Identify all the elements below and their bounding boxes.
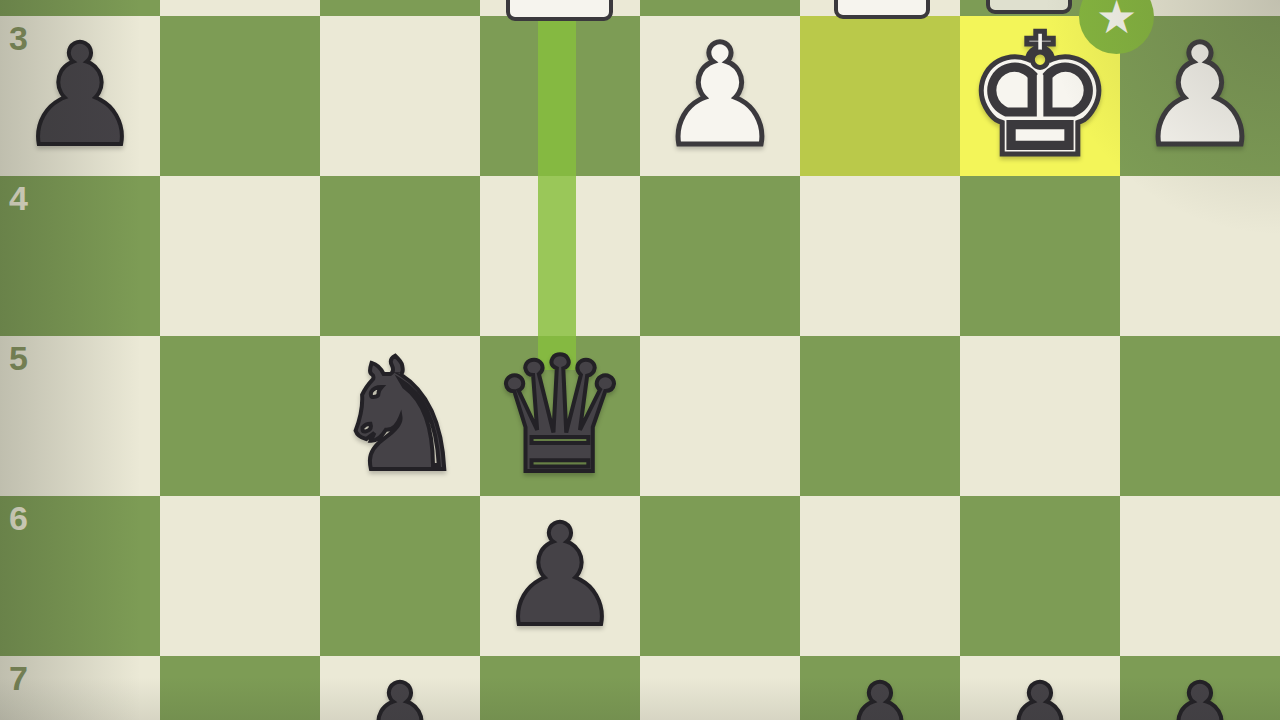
square-f4[interactable] <box>320 176 480 336</box>
square-d4[interactable] <box>640 176 800 336</box>
square-c3[interactable] <box>800 16 960 176</box>
square-d5[interactable] <box>640 336 800 496</box>
black-queen-e5[interactable]: ♛ <box>480 336 640 496</box>
square-g5[interactable] <box>160 336 320 496</box>
black-knight-glyph: ♞ <box>331 336 470 496</box>
square-e4[interactable] <box>480 176 640 336</box>
square-g6[interactable] <box>160 496 320 656</box>
black-knight-f5[interactable]: ♞ <box>320 336 480 496</box>
white-pawn-glyph: ♟ <box>1137 16 1263 176</box>
square-g3[interactable] <box>160 16 320 176</box>
white-pawn-d3[interactable]: ♟ <box>640 16 800 176</box>
square-h4[interactable]: 4 <box>0 176 160 336</box>
square-a4[interactable] <box>1120 176 1280 336</box>
square-h5[interactable]: 5 <box>0 336 160 496</box>
chess-board-viewport: 34567 ♟♟♚♟♞♛♟♟♟♟♟ ★ <box>0 0 1280 720</box>
black-pawn-e6[interactable]: ♟ <box>480 496 640 656</box>
square-c2[interactable] <box>800 0 960 16</box>
square-a6[interactable] <box>1120 496 1280 656</box>
black-pawn-a7[interactable]: ♟ <box>1120 656 1280 720</box>
square-a5[interactable] <box>1120 336 1280 496</box>
black-pawn-glyph: ♟ <box>817 656 943 720</box>
square-d2[interactable] <box>640 0 800 16</box>
rank-label-4: 4 <box>9 181 28 215</box>
square-e3[interactable] <box>480 16 640 176</box>
black-pawn-glyph: ♟ <box>497 496 623 656</box>
black-queen-glyph: ♛ <box>488 336 631 496</box>
black-pawn-h3[interactable]: ♟ <box>0 16 160 176</box>
black-pawn-b7[interactable]: ♟ <box>960 656 1120 720</box>
square-b6[interactable] <box>960 496 1120 656</box>
square-h2[interactable] <box>0 0 160 16</box>
square-f3[interactable] <box>320 16 480 176</box>
black-pawn-glyph: ♟ <box>337 656 463 720</box>
black-pawn-c7[interactable]: ♟ <box>800 656 960 720</box>
square-g7[interactable] <box>160 656 320 720</box>
square-f2[interactable] <box>320 0 480 16</box>
square-c4[interactable] <box>800 176 960 336</box>
rank-label-7: 7 <box>9 661 28 695</box>
square-b4[interactable] <box>960 176 1120 336</box>
black-pawn-glyph: ♟ <box>1137 656 1263 720</box>
square-c5[interactable] <box>800 336 960 496</box>
square-f6[interactable] <box>320 496 480 656</box>
black-pawn-glyph: ♟ <box>977 656 1103 720</box>
square-c6[interactable] <box>800 496 960 656</box>
square-e7[interactable] <box>480 656 640 720</box>
rank-label-5: 5 <box>9 341 28 375</box>
black-pawn-f7[interactable]: ♟ <box>320 656 480 720</box>
square-h6[interactable]: 6 <box>0 496 160 656</box>
square-g4[interactable] <box>160 176 320 336</box>
star-icon: ★ <box>1096 0 1137 55</box>
square-g2[interactable] <box>160 0 320 16</box>
square-d7[interactable] <box>640 656 800 720</box>
square-b5[interactable] <box>960 336 1120 496</box>
square-e2[interactable] <box>480 0 640 16</box>
rank-label-6: 6 <box>9 501 28 535</box>
square-d6[interactable] <box>640 496 800 656</box>
black-pawn-glyph: ♟ <box>17 16 143 176</box>
square-h7[interactable]: 7 <box>0 656 160 720</box>
white-pawn-glyph: ♟ <box>657 16 783 176</box>
